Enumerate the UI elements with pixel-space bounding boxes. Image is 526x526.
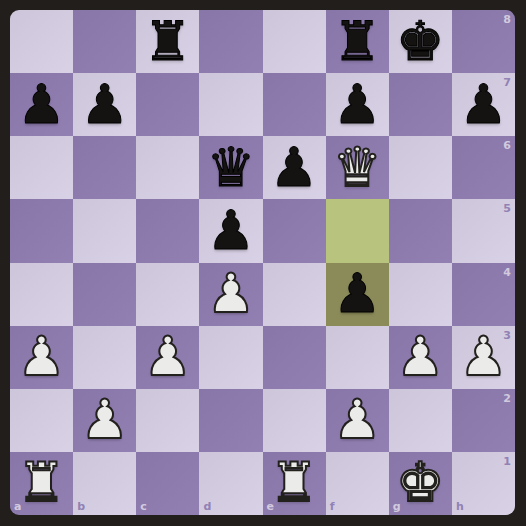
square-e4[interactable] [263,263,326,326]
file-label-h: h [456,501,464,512]
square-e6[interactable]: ♟ [263,136,326,199]
white-pawn-icon[interactable]: ♟ [136,326,199,389]
square-b3[interactable] [73,326,136,389]
white-pawn-icon[interactable]: ♟ [326,389,389,452]
white-pawn-icon[interactable]: ♟ [389,326,452,389]
square-c7[interactable] [136,73,199,136]
square-h8[interactable]: 8 [452,10,515,73]
black-pawn-icon[interactable]: ♟ [452,73,515,136]
file-label-f: f [330,501,335,512]
square-e3[interactable] [263,326,326,389]
black-queen-icon[interactable]: ♛ [199,136,262,199]
square-b8[interactable] [73,10,136,73]
square-d8[interactable] [199,10,262,73]
square-e7[interactable] [263,73,326,136]
square-b7[interactable]: ♟ [73,73,136,136]
square-d4[interactable]: ♟ [199,263,262,326]
square-b5[interactable] [73,199,136,262]
square-d7[interactable] [199,73,262,136]
square-d1[interactable]: d [199,452,262,515]
square-c5[interactable] [136,199,199,262]
white-rook-icon[interactable]: ♜ [263,452,326,515]
square-g1[interactable]: ♚g [389,452,452,515]
black-pawn-icon[interactable]: ♟ [326,73,389,136]
square-f4[interactable]: ♟ [326,263,389,326]
white-pawn-icon[interactable]: ♟ [10,326,73,389]
rank-label-5: 5 [503,203,511,214]
square-b1[interactable]: b [73,452,136,515]
square-h7[interactable]: ♟7 [452,73,515,136]
rank-label-1: 1 [503,456,511,467]
file-label-d: d [203,501,211,512]
file-label-c: c [140,501,147,512]
square-b4[interactable] [73,263,136,326]
square-f5[interactable] [326,199,389,262]
square-h3[interactable]: ♟3 [452,326,515,389]
black-pawn-icon[interactable]: ♟ [263,136,326,199]
square-f6[interactable]: ♛ [326,136,389,199]
square-a5[interactable] [10,199,73,262]
square-c6[interactable] [136,136,199,199]
square-c1[interactable]: c [136,452,199,515]
square-a8[interactable] [10,10,73,73]
square-g6[interactable] [389,136,452,199]
black-pawn-icon[interactable]: ♟ [199,199,262,262]
square-d6[interactable]: ♛ [199,136,262,199]
rank-label-8: 8 [503,14,511,25]
white-pawn-icon[interactable]: ♟ [452,326,515,389]
square-e8[interactable] [263,10,326,73]
black-pawn-icon[interactable]: ♟ [326,263,389,326]
square-f8[interactable]: ♜ [326,10,389,73]
white-pawn-icon[interactable]: ♟ [73,389,136,452]
square-c3[interactable]: ♟ [136,326,199,389]
square-f3[interactable] [326,326,389,389]
black-rook-icon[interactable]: ♜ [326,10,389,73]
square-a3[interactable]: ♟ [10,326,73,389]
square-g3[interactable]: ♟ [389,326,452,389]
black-pawn-icon[interactable]: ♟ [10,73,73,136]
square-c8[interactable]: ♜ [136,10,199,73]
square-e1[interactable]: ♜e [263,452,326,515]
square-h5[interactable]: 5 [452,199,515,262]
rank-label-2: 2 [503,393,511,404]
file-label-b: b [77,501,85,512]
square-g4[interactable] [389,263,452,326]
square-g2[interactable] [389,389,452,452]
white-king-icon[interactable]: ♚ [389,452,452,515]
rank-label-4: 4 [503,267,511,278]
square-h4[interactable]: 4 [452,263,515,326]
square-c4[interactable] [136,263,199,326]
square-d2[interactable] [199,389,262,452]
square-h6[interactable]: 6 [452,136,515,199]
white-queen-icon[interactable]: ♛ [326,136,389,199]
square-a7[interactable]: ♟ [10,73,73,136]
square-h1[interactable]: h1 [452,452,515,515]
square-g7[interactable] [389,73,452,136]
square-f7[interactable]: ♟ [326,73,389,136]
square-e2[interactable] [263,389,326,452]
black-pawn-icon[interactable]: ♟ [73,73,136,136]
square-g5[interactable] [389,199,452,262]
square-a6[interactable] [10,136,73,199]
square-d5[interactable]: ♟ [199,199,262,262]
white-rook-icon[interactable]: ♜ [10,452,73,515]
square-a1[interactable]: ♜a [10,452,73,515]
square-f1[interactable]: f [326,452,389,515]
white-pawn-icon[interactable]: ♟ [199,263,262,326]
square-g8[interactable]: ♚ [389,10,452,73]
square-b6[interactable] [73,136,136,199]
square-f2[interactable]: ♟ [326,389,389,452]
board-frame: ♜♜♚8♟♟♟♟7♛♟♛6♟5♟♟4♟♟♟♟3♟♟2♜abcd♜ef♚gh1 [0,0,526,526]
square-a4[interactable] [10,263,73,326]
square-d3[interactable] [199,326,262,389]
square-c2[interactable] [136,389,199,452]
square-a2[interactable] [10,389,73,452]
black-king-icon[interactable]: ♚ [389,10,452,73]
rank-label-6: 6 [503,140,511,151]
square-b2[interactable]: ♟ [73,389,136,452]
chess-board: ♜♜♚8♟♟♟♟7♛♟♛6♟5♟♟4♟♟♟♟3♟♟2♜abcd♜ef♚gh1 [10,10,515,515]
square-e5[interactable] [263,199,326,262]
black-rook-icon[interactable]: ♜ [136,10,199,73]
square-h2[interactable]: 2 [452,389,515,452]
